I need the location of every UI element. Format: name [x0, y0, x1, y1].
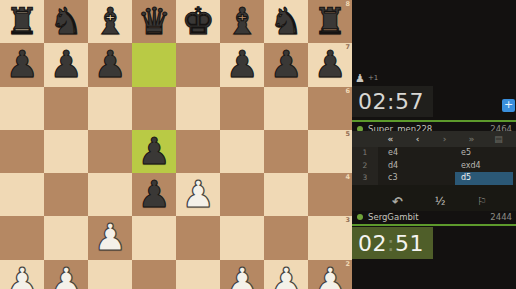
square-h5[interactable]: 5 [308, 130, 352, 173]
square-f5[interactable] [220, 130, 264, 173]
square-e2[interactable] [176, 260, 220, 289]
square-h7[interactable]: 7♟ [308, 43, 352, 86]
rank-label-4: 4 [345, 174, 350, 181]
online-indicator [357, 214, 363, 220]
offer-draw-button[interactable]: ½ [435, 195, 446, 208]
nav-prev-icon[interactable]: ‹ [404, 131, 431, 147]
white-pawn-icon: ♟ [355, 72, 365, 85]
square-e8[interactable]: ♚ [176, 0, 220, 43]
black-pawn[interactable]: ♟ [308, 43, 352, 86]
white-pawn[interactable]: ♟ [0, 260, 44, 289]
opponent-clock: 02:57 [352, 86, 433, 117]
square-d2[interactable] [132, 260, 176, 289]
square-f7[interactable]: ♟ [220, 43, 264, 86]
divider [352, 120, 516, 122]
move-black-3[interactable]: d5 [455, 172, 513, 185]
white-pawn[interactable]: ♟ [264, 260, 308, 289]
square-a3[interactable] [0, 216, 44, 259]
takeback-button[interactable]: ↶ [392, 194, 403, 209]
give-more-time-button[interactable]: + [502, 99, 515, 112]
move-white-2[interactable]: d4 [378, 160, 455, 173]
square-b3[interactable] [44, 216, 88, 259]
player-clock-time: 02:51 [352, 231, 424, 256]
move-black-2[interactable]: exd4 [455, 160, 513, 173]
white-pawn[interactable]: ♟ [308, 260, 352, 289]
resign-flag-icon[interactable]: ⚐ [477, 195, 487, 208]
square-f4[interactable] [220, 173, 264, 216]
square-g3[interactable] [264, 216, 308, 259]
square-f8[interactable]: ♝ [220, 0, 264, 43]
square-d6[interactable] [132, 87, 176, 130]
square-e4[interactable]: ♟ [176, 173, 220, 216]
square-h3[interactable]: 3 [308, 216, 352, 259]
square-g6[interactable] [264, 87, 308, 130]
square-d4[interactable]: ♟ [132, 173, 176, 216]
move-black-1[interactable]: e5 [455, 147, 513, 160]
square-g5[interactable] [264, 130, 308, 173]
move-row-3: 3c3d5 [352, 172, 516, 185]
square-d8[interactable]: ♛ [132, 0, 176, 43]
black-pawn[interactable]: ♟ [264, 43, 308, 86]
square-f2[interactable]: ♟ [220, 260, 264, 289]
square-a6[interactable] [0, 87, 44, 130]
white-pawn[interactable]: ♟ [220, 260, 264, 289]
square-e3[interactable] [176, 216, 220, 259]
rank-label-6: 6 [345, 88, 350, 95]
square-a7[interactable]: ♟ [0, 43, 44, 86]
square-g8[interactable]: ♞ [264, 0, 308, 43]
square-h6[interactable]: 6 [308, 87, 352, 130]
move-white-3[interactable]: c3 [378, 172, 455, 185]
square-c8[interactable]: ♝ [88, 0, 132, 43]
nav-menu-icon[interactable]: ▤ [485, 131, 512, 147]
square-b2[interactable]: ♟ [44, 260, 88, 289]
black-pawn[interactable]: ♟ [220, 43, 264, 86]
material-advantage: +1 [368, 74, 378, 82]
rank-label-3: 3 [345, 217, 350, 224]
square-h8[interactable]: 8♜ [308, 0, 352, 43]
square-e6[interactable] [176, 87, 220, 130]
player-rating: 2444 [490, 212, 512, 222]
black-pawn[interactable]: ♟ [88, 43, 132, 86]
square-d7[interactable] [132, 43, 176, 86]
player-name[interactable]: SergGambit [368, 212, 490, 222]
move-number: 1 [352, 147, 378, 160]
square-d5[interactable]: ♟ [132, 130, 176, 173]
game-action-buttons: ↶ ½ ⚐ [392, 192, 487, 210]
square-b7[interactable]: ♟ [44, 43, 88, 86]
chess-board[interactable]: ♜♞♝♛♚♝♞8♜♟♟♟♟♟7♟6♟5♟♟4♟3♟♟♟♟2♟♜♞♝♛♚♝♞♜ [0, 0, 352, 289]
black-knight[interactable]: ♞ [264, 0, 308, 43]
square-f6[interactable] [220, 87, 264, 130]
white-pawn[interactable]: ♟ [44, 260, 88, 289]
player-row[interactable]: SergGambit 2444 [352, 211, 516, 223]
square-c3[interactable]: ♟ [88, 216, 132, 259]
black-pawn[interactable]: ♟ [132, 130, 176, 173]
move-number: 2 [352, 160, 378, 173]
square-c5[interactable] [88, 130, 132, 173]
square-b8[interactable]: ♞ [44, 0, 88, 43]
captured-pieces-tray: ♟ +1 [355, 71, 378, 85]
nav-last-icon[interactable]: » [458, 131, 485, 147]
square-c4[interactable] [88, 173, 132, 216]
square-h4[interactable]: 4 [308, 173, 352, 216]
square-a8[interactable]: ♜ [0, 0, 44, 43]
move-row-2: 2d4exd4 [352, 160, 516, 173]
square-f3[interactable] [220, 216, 264, 259]
sidebar: ♟ +1 02:57 + Super_men228 2464 «‹›»▤ 1e4… [352, 0, 516, 289]
black-bishop[interactable]: ♝ [220, 0, 264, 43]
square-g4[interactable] [264, 173, 308, 216]
rank-label-5: 5 [345, 131, 350, 138]
black-queen[interactable]: ♛ [132, 0, 176, 43]
divider [352, 224, 516, 226]
square-c6[interactable] [88, 87, 132, 130]
opponent-clock-time: 02:57 [352, 89, 424, 114]
square-a5[interactable] [0, 130, 44, 173]
square-c2[interactable] [88, 260, 132, 289]
square-a2[interactable]: ♟ [0, 260, 44, 289]
square-b4[interactable] [44, 173, 88, 216]
square-c7[interactable]: ♟ [88, 43, 132, 86]
square-e7[interactable] [176, 43, 220, 86]
player-clock-active: 02:51 [352, 227, 433, 259]
white-pawn[interactable]: ♟ [88, 216, 132, 259]
square-a4[interactable] [0, 173, 44, 216]
white-pawn[interactable]: ♟ [176, 173, 220, 216]
game-window: ♜♞♝♛♚♝♞8♜♟♟♟♟♟7♟6♟5♟♟4♟3♟♟♟♟2♟♜♞♝♛♚♝♞♜ ♟… [0, 0, 516, 289]
black-knight[interactable]: ♞ [44, 0, 88, 43]
nav-next-icon[interactable]: › [431, 131, 458, 147]
square-b6[interactable] [44, 87, 88, 130]
square-g2[interactable]: ♟ [264, 260, 308, 289]
square-b5[interactable] [44, 130, 88, 173]
black-pawn[interactable]: ♟ [0, 43, 44, 86]
move-number: 3 [352, 172, 378, 185]
square-h2[interactable]: 2♟ [308, 260, 352, 289]
black-king[interactable]: ♚ [176, 0, 220, 43]
nav-first-icon[interactable]: « [377, 131, 404, 147]
square-g7[interactable]: ♟ [264, 43, 308, 86]
move-row-1: 1e4e5 [352, 147, 516, 160]
move-nav-toolbar: «‹›»▤ [352, 131, 516, 147]
black-rook[interactable]: ♜ [0, 0, 44, 43]
move-white-1[interactable]: e4 [378, 147, 455, 160]
black-pawn[interactable]: ♟ [132, 173, 176, 216]
black-rook[interactable]: ♜ [308, 0, 352, 43]
square-e5[interactable] [176, 130, 220, 173]
black-bishop[interactable]: ♝ [88, 0, 132, 43]
square-d3[interactable] [132, 216, 176, 259]
black-pawn[interactable]: ♟ [44, 43, 88, 86]
